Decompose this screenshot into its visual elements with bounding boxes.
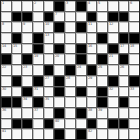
white-cell-r8c10[interactable] — [97, 76, 107, 86]
white-cell-r2c4[interactable] — [33, 12, 43, 22]
white-cell-r11c13[interactable] — [129, 108, 139, 118]
black-cell-r2c12 — [119, 12, 129, 22]
black-cell-r10c4 — [33, 97, 43, 107]
white-cell-r4c7[interactable] — [65, 33, 75, 43]
clue-number: 24 — [77, 65, 81, 68]
black-cell-r4c13 — [129, 33, 139, 43]
black-cell-r9c8 — [76, 87, 86, 97]
white-cell-r4c6[interactable] — [54, 33, 64, 43]
white-cell-r10c5[interactable]: 35 — [44, 97, 54, 107]
black-cell-r7c5 — [44, 65, 54, 75]
black-cell-r4c4 — [33, 33, 43, 43]
white-cell-r8c3[interactable] — [22, 76, 32, 86]
clue-number: 20 — [55, 54, 59, 57]
white-cell-r11c10[interactable]: 39 — [97, 108, 107, 118]
clue-number: 14 — [2, 44, 6, 47]
white-cell-r10c11[interactable] — [108, 97, 118, 107]
white-cell-r4c11[interactable] — [108, 33, 118, 43]
black-cell-r4c2 — [12, 33, 22, 43]
white-cell-r5c1[interactable]: 14 — [1, 44, 11, 54]
white-cell-r3c10[interactable] — [97, 22, 107, 32]
white-cell-r5c3[interactable] — [22, 44, 32, 54]
white-cell-r6c7[interactable] — [65, 54, 75, 64]
white-cell-r9c4[interactable]: 31 — [33, 87, 43, 97]
white-cell-r5c13[interactable]: 18 — [129, 44, 139, 54]
white-cell-r1c10[interactable]: 5 — [97, 1, 107, 11]
white-cell-r1c5[interactable] — [44, 1, 54, 11]
black-cell-r1c8 — [76, 1, 86, 11]
clue-number: 39 — [98, 108, 102, 111]
white-cell-r1c2[interactable] — [12, 1, 22, 11]
white-cell-r7c10[interactable]: 25 — [97, 65, 107, 75]
clue-number: 25 — [98, 65, 102, 68]
clue-number: 5 — [98, 1, 100, 4]
white-cell-r8c1[interactable] — [1, 76, 11, 86]
black-cell-r9c3 — [22, 87, 32, 97]
white-cell-r5c5[interactable] — [44, 44, 54, 54]
white-cell-r9c7[interactable] — [65, 87, 75, 97]
white-cell-r9c13[interactable]: 33 — [129, 87, 139, 97]
black-cell-r8c4 — [33, 76, 43, 86]
black-cell-r6c3 — [22, 54, 32, 64]
black-cell-r3c8 — [76, 22, 86, 32]
white-cell-r2c6[interactable]: 7 — [54, 12, 64, 22]
white-cell-r11c9[interactable]: 38 — [87, 108, 97, 118]
white-cell-r11c7[interactable] — [65, 108, 75, 118]
clue-number: 2 — [34, 1, 36, 4]
white-cell-r1c12[interactable] — [119, 1, 129, 11]
clue-number: 19 — [34, 54, 38, 57]
white-cell-r6c6[interactable]: 20 — [54, 54, 64, 64]
white-cell-r12c7[interactable] — [65, 119, 75, 129]
clue-number: 16 — [88, 44, 92, 47]
white-cell-r3c3[interactable]: 9 — [22, 22, 32, 32]
white-cell-r7c2[interactable] — [12, 65, 22, 75]
white-cell-r8c5[interactable]: 27 — [44, 76, 54, 86]
white-cell-r8c7[interactable]: 28 — [65, 76, 75, 86]
black-cell-r8c13 — [129, 76, 139, 86]
clue-number: 15 — [13, 44, 17, 47]
black-cell-r13c8 — [76, 129, 86, 139]
white-cell-r9c2[interactable] — [12, 87, 22, 97]
black-cell-r13c6 — [54, 129, 64, 139]
white-cell-r9c12[interactable] — [119, 87, 129, 97]
white-cell-r11c11[interactable] — [108, 108, 118, 118]
white-cell-r7c11[interactable] — [108, 65, 118, 75]
white-cell-r10c3[interactable]: 34 — [22, 97, 32, 107]
black-cell-r12c3 — [22, 119, 32, 129]
white-cell-r13c1[interactable]: 41 — [1, 129, 11, 139]
white-cell-r5c10[interactable] — [97, 44, 107, 54]
white-cell-r12c13[interactable] — [129, 119, 139, 129]
white-cell-r5c9[interactable]: 16 — [87, 44, 97, 54]
black-cell-r12c11 — [108, 119, 118, 129]
black-cell-r2c11 — [108, 12, 118, 22]
white-cell-r7c12[interactable]: 26 — [119, 65, 129, 75]
white-cell-r3c1[interactable]: 8 — [1, 22, 11, 32]
black-cell-r12c5 — [44, 119, 54, 129]
white-cell-r1c13[interactable]: 6 — [129, 1, 139, 11]
white-cell-r4c1[interactable] — [1, 33, 11, 43]
white-cell-r12c6[interactable]: 40 — [54, 119, 64, 129]
white-cell-r8c9[interactable]: 29 — [87, 76, 97, 86]
white-cell-r11c3[interactable] — [22, 108, 32, 118]
clue-number: 17 — [120, 44, 124, 47]
white-cell-r7c1[interactable]: 22 — [1, 65, 11, 75]
white-cell-r6c11[interactable]: 21 — [108, 54, 118, 64]
white-cell-r10c7[interactable] — [65, 97, 75, 107]
white-cell-r13c9[interactable]: 42 — [87, 129, 97, 139]
white-cell-r11c5[interactable] — [44, 108, 54, 118]
white-cell-r3c5[interactable]: 10 — [44, 22, 54, 32]
clue-number: 28 — [66, 76, 70, 79]
black-cell-r7c7 — [65, 65, 75, 75]
white-cell-r2c13[interactable] — [129, 12, 139, 22]
black-cell-r6c1 — [1, 54, 11, 64]
clue-number: 23 — [23, 65, 27, 68]
black-cell-r5c11 — [108, 44, 118, 54]
white-cell-r12c4[interactable] — [33, 119, 43, 129]
clue-number: 12 — [109, 22, 113, 25]
black-cell-r11c8 — [76, 108, 86, 118]
clue-number: 33 — [130, 87, 134, 90]
clue-number: 37 — [34, 108, 38, 111]
clue-number: 29 — [88, 76, 92, 79]
white-cell-r1c11[interactable] — [108, 1, 118, 11]
clue-number: 9 — [23, 22, 25, 25]
clue-number: 38 — [88, 108, 92, 111]
clue-number: 31 — [34, 87, 38, 90]
white-cell-r5c2[interactable]: 15 — [12, 44, 22, 54]
white-cell-r13c3[interactable] — [22, 129, 32, 139]
white-cell-r3c9[interactable]: 11 — [87, 22, 97, 32]
black-cell-r10c2 — [12, 97, 22, 107]
white-cell-r10c8[interactable] — [76, 97, 86, 107]
white-cell-r3c11[interactable]: 12 — [108, 22, 118, 32]
black-cell-r10c10 — [97, 97, 107, 107]
white-cell-r6c5[interactable] — [44, 54, 54, 64]
white-cell-r6c2[interactable] — [12, 54, 22, 64]
black-cell-r8c2 — [12, 76, 22, 86]
black-cell-r12c12 — [119, 119, 129, 129]
clue-number: 18 — [130, 44, 134, 47]
clue-number: 13 — [45, 33, 49, 36]
clue-number: 7 — [55, 12, 57, 15]
clue-number: 26 — [120, 65, 124, 68]
clue-number: 10 — [45, 22, 49, 25]
black-cell-r2c3 — [22, 12, 32, 22]
white-cell-r7c13[interactable] — [129, 65, 139, 75]
white-cell-r11c1[interactable]: 36 — [1, 108, 11, 118]
white-cell-r1c3[interactable] — [22, 1, 32, 11]
clue-number: 42 — [88, 129, 92, 132]
white-cell-r10c13[interactable] — [129, 97, 139, 107]
crossword-board: 1234567891011121314151617181920212223242… — [0, 0, 140, 140]
black-cell-r1c6 — [54, 1, 64, 11]
clue-number: 30 — [2, 87, 6, 90]
white-cell-r1c7[interactable]: 3 — [65, 1, 75, 11]
black-cell-r6c8 — [76, 54, 86, 64]
clue-number: 27 — [45, 76, 49, 79]
white-cell-r1c1[interactable]: 1 — [1, 1, 11, 11]
black-cell-r2c5 — [44, 12, 54, 22]
white-cell-r8c12[interactable] — [119, 76, 129, 86]
clue-number: 1 — [2, 1, 4, 4]
white-cell-r1c9[interactable]: 4 — [87, 1, 97, 11]
white-cell-r11c2[interactable] — [12, 108, 22, 118]
white-cell-r13c7[interactable] — [65, 129, 75, 139]
clue-number: 32 — [109, 87, 113, 90]
white-cell-r7c8[interactable]: 24 — [76, 65, 86, 75]
white-cell-r6c9[interactable] — [87, 54, 97, 64]
clue-number: 4 — [88, 1, 90, 4]
white-cell-r6c13[interactable] — [129, 54, 139, 64]
clue-number: 40 — [55, 119, 59, 122]
black-cell-r4c10 — [97, 33, 107, 43]
white-cell-r2c8[interactable] — [76, 12, 86, 22]
white-cell-r10c9[interactable] — [87, 97, 97, 107]
black-cell-r12c2 — [12, 119, 22, 129]
black-cell-r10c1 — [1, 97, 11, 107]
clue-number: 21 — [109, 54, 113, 57]
white-cell-r4c3[interactable] — [22, 33, 32, 43]
white-cell-r7c3[interactable]: 23 — [22, 65, 32, 75]
black-cell-r12c9 — [87, 119, 97, 129]
white-cell-r3c2[interactable] — [12, 22, 22, 32]
black-cell-r10c12 — [119, 97, 129, 107]
white-cell-r6c4[interactable]: 19 — [33, 54, 43, 64]
black-cell-r6c10 — [97, 54, 107, 64]
clue-number: 3 — [66, 1, 68, 4]
white-cell-r13c5[interactable] — [44, 129, 54, 139]
white-cell-r13c2[interactable] — [12, 129, 22, 139]
black-cell-r4c12 — [119, 33, 129, 43]
black-cell-r6c12 — [119, 54, 129, 64]
white-cell-r13c13[interactable] — [129, 129, 139, 139]
clue-number: 8 — [2, 22, 4, 25]
white-cell-r11c12[interactable] — [119, 108, 129, 118]
white-cell-r1c4[interactable]: 2 — [33, 1, 43, 11]
page: 1234567891011121314151617181920212223242… — [0, 0, 140, 140]
white-cell-r7c6[interactable] — [54, 65, 64, 75]
clue-number: 6 — [130, 1, 132, 4]
white-cell-r4c5[interactable]: 13 — [44, 33, 54, 43]
white-cell-r12c8[interactable] — [76, 119, 86, 129]
black-cell-r5c6 — [54, 44, 64, 54]
black-cell-r11c6 — [54, 108, 64, 118]
white-cell-r5c7[interactable] — [65, 44, 75, 54]
black-cell-r5c4 — [33, 44, 43, 54]
white-cell-r9c11[interactable]: 32 — [108, 87, 118, 97]
black-cell-r9c6 — [54, 87, 64, 97]
white-cell-r9c9[interactable] — [87, 87, 97, 97]
white-cell-r2c1[interactable] — [1, 12, 11, 22]
white-cell-r5c12[interactable]: 17 — [119, 44, 129, 54]
white-cell-r2c10[interactable] — [97, 12, 107, 22]
white-cell-r12c1[interactable] — [1, 119, 11, 129]
white-cell-r11c4[interactable]: 37 — [33, 108, 43, 118]
white-cell-r12c10[interactable] — [97, 119, 107, 129]
white-cell-r7c4[interactable] — [33, 65, 43, 75]
black-cell-r8c6 — [54, 76, 64, 86]
clue-number: 36 — [2, 108, 6, 111]
clue-number: 35 — [45, 97, 49, 100]
clue-number: 41 — [2, 129, 6, 132]
white-cell-r3c7[interactable] — [65, 22, 75, 32]
white-cell-r3c12[interactable] — [119, 22, 129, 32]
white-cell-r13c11[interactable] — [108, 129, 118, 139]
white-cell-r13c4[interactable] — [33, 129, 43, 139]
clue-number: 22 — [2, 65, 6, 68]
clue-number: 34 — [23, 97, 27, 100]
white-cell-r3c4[interactable] — [33, 22, 43, 32]
white-cell-r13c12[interactable] — [119, 129, 129, 139]
white-cell-r2c7[interactable] — [65, 12, 75, 22]
white-cell-r4c9[interactable] — [87, 33, 97, 43]
white-cell-r3c13[interactable] — [129, 22, 139, 32]
black-cell-r3c6 — [54, 22, 64, 32]
white-cell-r4c8[interactable] — [76, 33, 86, 43]
black-cell-r9c10 — [97, 87, 107, 97]
black-cell-r2c2 — [12, 12, 22, 22]
clue-number: 11 — [88, 22, 92, 25]
black-cell-r2c9 — [87, 12, 97, 22]
black-cell-r7c9 — [87, 65, 97, 75]
black-cell-r5c8 — [76, 44, 86, 54]
white-cell-r13c10[interactable] — [97, 129, 107, 139]
white-cell-r9c1[interactable]: 30 — [1, 87, 11, 97]
white-cell-r9c5[interactable] — [44, 87, 54, 97]
white-cell-r10c6[interactable] — [54, 97, 64, 107]
black-cell-r8c11 — [108, 76, 118, 86]
white-cell-r8c8[interactable] — [76, 76, 86, 86]
